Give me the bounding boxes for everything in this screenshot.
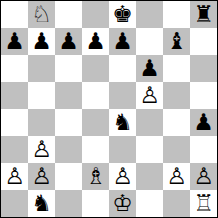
black-pawn: ♟ xyxy=(139,57,160,80)
square-c7[interactable]: ♟ xyxy=(55,28,82,55)
square-a3[interactable] xyxy=(1,136,28,163)
square-b2[interactable]: ♙ xyxy=(28,163,55,190)
white-pawn: ♙ xyxy=(31,165,52,188)
square-h5[interactable] xyxy=(190,82,217,109)
black-bishop: ♝ xyxy=(166,30,187,53)
square-e8[interactable]: ♚ xyxy=(109,1,136,28)
square-h4[interactable]: ♟ xyxy=(190,109,217,136)
white-pawn: ♙ xyxy=(139,84,160,107)
black-pawn: ♟ xyxy=(4,30,25,53)
square-e2[interactable]: ♙ xyxy=(109,163,136,190)
square-f3[interactable] xyxy=(136,136,163,163)
square-h3[interactable] xyxy=(190,136,217,163)
white-pawn: ♙ xyxy=(193,165,214,188)
square-d6[interactable] xyxy=(82,55,109,82)
square-c1[interactable] xyxy=(55,190,82,217)
square-b4[interactable] xyxy=(28,109,55,136)
square-d8[interactable] xyxy=(82,1,109,28)
square-a8[interactable] xyxy=(1,1,28,28)
square-e4[interactable]: ♞ xyxy=(109,109,136,136)
square-a1[interactable] xyxy=(1,190,28,217)
black-knight: ♞ xyxy=(31,192,52,215)
square-g5[interactable] xyxy=(163,82,190,109)
square-b5[interactable] xyxy=(28,82,55,109)
square-a2[interactable]: ♙ xyxy=(1,163,28,190)
square-g4[interactable] xyxy=(163,109,190,136)
white-king: ♔ xyxy=(112,192,133,215)
square-a7[interactable]: ♟ xyxy=(1,28,28,55)
white-pawn: ♙ xyxy=(166,165,187,188)
white-knight: ♘ xyxy=(31,3,52,26)
square-e5[interactable] xyxy=(109,82,136,109)
square-g3[interactable] xyxy=(163,136,190,163)
square-b3[interactable]: ♙ xyxy=(28,136,55,163)
square-e7[interactable]: ♟ xyxy=(109,28,136,55)
square-h7[interactable] xyxy=(190,28,217,55)
square-h1[interactable]: ♖ xyxy=(190,190,217,217)
white-rook: ♖ xyxy=(193,192,214,215)
square-c5[interactable] xyxy=(55,82,82,109)
square-b1[interactable]: ♞ xyxy=(28,190,55,217)
black-pawn: ♟ xyxy=(112,30,133,53)
square-g1[interactable] xyxy=(163,190,190,217)
square-b8[interactable]: ♘ xyxy=(28,1,55,28)
white-pawn: ♙ xyxy=(112,165,133,188)
square-c6[interactable] xyxy=(55,55,82,82)
square-f7[interactable] xyxy=(136,28,163,55)
black-pawn: ♟ xyxy=(58,30,79,53)
square-f2[interactable] xyxy=(136,163,163,190)
square-d4[interactable] xyxy=(82,109,109,136)
square-b7[interactable]: ♟ xyxy=(28,28,55,55)
square-d2[interactable]: ♗ xyxy=(82,163,109,190)
square-a4[interactable] xyxy=(1,109,28,136)
square-h6[interactable] xyxy=(190,55,217,82)
square-g7[interactable]: ♝ xyxy=(163,28,190,55)
black-king: ♚ xyxy=(112,3,133,26)
square-c4[interactable] xyxy=(55,109,82,136)
black-pawn: ♟ xyxy=(31,30,52,53)
square-c2[interactable] xyxy=(55,163,82,190)
square-h2[interactable]: ♙ xyxy=(190,163,217,190)
white-bishop: ♗ xyxy=(85,165,106,188)
chess-board: ♘♚♜♟♟♟♟♟♝♟♙♞♟♙♙♙♗♙♙♙♞♔♖ xyxy=(0,0,218,218)
square-g2[interactable]: ♙ xyxy=(163,163,190,190)
square-f8[interactable] xyxy=(136,1,163,28)
square-b6[interactable] xyxy=(28,55,55,82)
square-c8[interactable] xyxy=(55,1,82,28)
square-g6[interactable] xyxy=(163,55,190,82)
square-e3[interactable] xyxy=(109,136,136,163)
square-e6[interactable] xyxy=(109,55,136,82)
square-d3[interactable] xyxy=(82,136,109,163)
square-g8[interactable] xyxy=(163,1,190,28)
square-d5[interactable] xyxy=(82,82,109,109)
black-rook: ♜ xyxy=(193,3,214,26)
black-pawn: ♟ xyxy=(85,30,106,53)
square-a6[interactable] xyxy=(1,55,28,82)
black-pawn: ♟ xyxy=(193,111,214,134)
white-pawn: ♙ xyxy=(4,165,25,188)
square-d1[interactable] xyxy=(82,190,109,217)
white-pawn: ♙ xyxy=(31,138,52,161)
square-d7[interactable]: ♟ xyxy=(82,28,109,55)
square-f1[interactable] xyxy=(136,190,163,217)
square-f6[interactable]: ♟ xyxy=(136,55,163,82)
square-c3[interactable] xyxy=(55,136,82,163)
square-e1[interactable]: ♔ xyxy=(109,190,136,217)
black-knight: ♞ xyxy=(112,111,133,134)
square-h8[interactable]: ♜ xyxy=(190,1,217,28)
square-f5[interactable]: ♙ xyxy=(136,82,163,109)
square-f4[interactable] xyxy=(136,109,163,136)
square-a5[interactable] xyxy=(1,82,28,109)
